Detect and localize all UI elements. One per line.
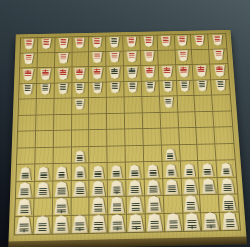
kanji-glyph — [58, 192, 66, 196]
kanji-glyph — [57, 227, 66, 232]
kanji-glyph — [25, 89, 31, 91]
piece-pawn[interactable] — [126, 162, 144, 178]
piece-free-king[interactable] — [107, 66, 124, 81]
piece-phoenix[interactable] — [127, 196, 145, 213]
board-square — [176, 65, 194, 81]
piece-vertical-mover[interactable] — [199, 178, 217, 195]
piece-king[interactable] — [127, 214, 145, 232]
piece-pawn[interactable] — [19, 83, 36, 98]
piece-ferocious-leopard[interactable] — [191, 34, 208, 48]
piece-go-between[interactable] — [71, 147, 88, 163]
board-square — [123, 36, 140, 51]
board-square — [53, 181, 72, 199]
kanji-glyph — [180, 55, 186, 57]
piece-dragon-horse[interactable] — [163, 178, 181, 195]
kanji-glyph — [94, 204, 102, 208]
piece-pawn[interactable] — [16, 164, 34, 180]
board-square — [72, 130, 90, 147]
board-square — [127, 214, 146, 232]
kanji-glyph — [58, 175, 65, 178]
kanji-glyph — [188, 225, 197, 230]
piece-vertical-mover[interactable] — [34, 181, 52, 198]
piece-lion[interactable] — [124, 66, 141, 81]
board-square — [108, 197, 127, 215]
piece-drunk-elephant[interactable] — [123, 36, 140, 50]
piece-ferocious-leopard[interactable] — [38, 38, 54, 52]
board-square — [107, 113, 125, 130]
kanji-glyph — [113, 226, 122, 231]
piece-pawn[interactable] — [144, 162, 162, 178]
board-square — [182, 195, 201, 213]
piece-pawn[interactable] — [194, 80, 211, 95]
kanji-glyph — [76, 222, 85, 226]
board-square — [36, 115, 54, 132]
kanji-glyph — [150, 203, 158, 207]
piece-dragon-king[interactable] — [90, 180, 108, 197]
board-square — [143, 112, 161, 129]
kanji-glyph — [42, 85, 48, 88]
board-square — [54, 98, 72, 114]
board-square — [37, 53, 55, 69]
kanji-glyph — [113, 191, 121, 195]
kanji-glyph — [113, 222, 122, 226]
kanji-glyph — [168, 156, 174, 159]
board-square — [37, 83, 55, 99]
piece-pawn[interactable] — [176, 80, 193, 95]
piece-pawn[interactable] — [53, 164, 70, 180]
piece-dragon-king[interactable] — [144, 179, 162, 196]
kanji-glyph — [188, 220, 197, 224]
kanji-glyph — [163, 37, 169, 40]
board-square — [89, 67, 106, 83]
board-square — [89, 114, 107, 131]
kanji-glyph — [200, 85, 206, 87]
piece-lance[interactable] — [15, 216, 33, 234]
board-square — [124, 66, 142, 82]
kanji-glyph — [94, 53, 100, 56]
kanji-glyph — [77, 84, 83, 87]
piece-blind-tiger[interactable] — [89, 51, 105, 66]
piece-vertical-mover[interactable] — [37, 68, 54, 83]
board-square — [161, 145, 180, 162]
board-square — [71, 147, 89, 164]
kanji-glyph — [147, 86, 153, 88]
kanji-glyph — [21, 189, 29, 192]
kanji-glyph — [187, 202, 195, 206]
board-square — [106, 36, 123, 51]
board-square — [160, 112, 178, 129]
kanji-glyph — [94, 38, 100, 41]
board-square — [142, 81, 160, 97]
kanji-glyph — [60, 57, 66, 59]
board-square — [72, 52, 89, 68]
piece-blind-tiger[interactable] — [141, 50, 158, 65]
kanji-glyph — [168, 186, 176, 189]
kanji-glyph — [43, 39, 49, 42]
board-square — [107, 66, 125, 82]
board-square — [35, 147, 53, 164]
kanji-glyph — [165, 101, 171, 103]
kanji-glyph — [112, 87, 118, 89]
board-square — [53, 130, 71, 147]
board-square — [18, 131, 36, 148]
piece-side-mover[interactable] — [16, 181, 34, 198]
piece-dragon-king[interactable] — [89, 67, 106, 82]
kanji-glyph — [129, 38, 135, 41]
piece-bishop[interactable] — [175, 50, 192, 65]
kanji-glyph — [77, 103, 82, 105]
kanji-glyph — [150, 190, 158, 194]
piece-gold[interactable] — [146, 214, 164, 232]
kanji-glyph — [217, 81, 223, 84]
board-square — [71, 180, 89, 198]
piece-lance[interactable] — [220, 212, 240, 230]
piece-pawn[interactable] — [211, 79, 230, 94]
kanji-glyph — [146, 52, 152, 55]
piece-lion[interactable] — [108, 179, 126, 196]
kanji-glyph — [180, 51, 186, 54]
board-square — [38, 38, 55, 53]
board-square — [89, 82, 107, 98]
kanji-glyph — [129, 56, 135, 58]
kanji-glyph — [181, 67, 187, 70]
board-square — [143, 145, 162, 162]
board-square — [35, 131, 53, 148]
board-square — [89, 130, 107, 147]
kanji-glyph — [112, 53, 118, 56]
kanji-glyph — [113, 187, 121, 190]
board-square — [142, 97, 160, 113]
kanji-glyph — [58, 188, 66, 191]
piece-dragon-horse[interactable] — [72, 67, 88, 82]
kanji-glyph — [131, 186, 139, 189]
kanji-glyph — [94, 72, 100, 74]
piece-free-king[interactable] — [126, 179, 144, 196]
kanji-glyph — [206, 220, 215, 224]
kanji-glyph — [132, 226, 141, 231]
board-square — [201, 212, 221, 230]
kanji-glyph — [42, 88, 48, 90]
piece-silver[interactable] — [157, 35, 174, 49]
piece-copper[interactable] — [55, 37, 71, 51]
kanji-glyph — [224, 201, 232, 205]
board-square — [125, 113, 143, 130]
piece-dragon-king[interactable] — [141, 66, 158, 81]
kanji-glyph — [150, 207, 158, 211]
kanji-glyph — [198, 70, 204, 72]
piece-pawn[interactable] — [124, 81, 141, 96]
piece-pawn[interactable] — [90, 163, 107, 179]
kanji-glyph — [60, 69, 66, 72]
board-square — [19, 83, 37, 99]
kanji-glyph — [207, 224, 216, 229]
piece-reverse-chariot[interactable] — [209, 49, 227, 64]
kanji-glyph — [77, 42, 82, 44]
piece-reverse-chariot[interactable] — [15, 199, 33, 216]
kanji-glyph — [169, 225, 178, 230]
piece-side-mover[interactable] — [218, 177, 238, 194]
kanji-glyph — [95, 191, 103, 195]
piece-blind-tiger[interactable] — [90, 197, 108, 214]
kanji-glyph — [39, 192, 47, 196]
board-tilt-wrapper — [4, 3, 247, 242]
board-square — [179, 144, 198, 161]
kanji-glyph — [112, 38, 118, 41]
piece-pawn[interactable] — [180, 161, 198, 177]
piece-pawn[interactable] — [159, 81, 176, 96]
piece-bishop[interactable] — [182, 195, 200, 212]
kanji-glyph — [147, 83, 153, 86]
board-square — [89, 146, 107, 163]
piece-king[interactable] — [106, 36, 122, 50]
piece-pawn[interactable] — [89, 82, 106, 97]
kanji-glyph — [77, 100, 82, 103]
kanji-glyph — [150, 225, 159, 230]
board-square — [18, 115, 36, 132]
kanji-glyph — [180, 37, 186, 40]
board-square — [90, 215, 109, 233]
board-square — [162, 161, 181, 178]
board-square — [176, 80, 194, 96]
piece-silver[interactable] — [72, 37, 88, 51]
kanji-glyph — [131, 190, 139, 194]
board-square — [89, 51, 106, 67]
kanji-glyph — [205, 185, 213, 188]
board-square — [208, 34, 226, 49]
board-square — [52, 215, 71, 233]
kanji-glyph — [165, 98, 171, 101]
piece-lance[interactable] — [208, 34, 226, 48]
kanji-glyph — [180, 40, 186, 42]
piece-kirin[interactable] — [124, 51, 141, 66]
piece-reverse-chariot[interactable] — [219, 194, 239, 211]
board-square — [164, 213, 183, 231]
piece-vertical-mover[interactable] — [193, 64, 210, 79]
piece-pawn[interactable] — [142, 81, 159, 96]
kanji-glyph — [129, 68, 135, 71]
kanji-glyph — [146, 55, 152, 57]
piece-go-between[interactable] — [160, 96, 177, 111]
board-square — [199, 178, 218, 196]
board-square — [183, 213, 203, 231]
piece-bishop[interactable] — [55, 52, 71, 67]
kanji-glyph — [42, 73, 48, 75]
board-square — [126, 179, 145, 197]
piece-side-mover[interactable] — [20, 68, 37, 83]
kanji-glyph — [224, 188, 232, 192]
piece-dragon-horse[interactable] — [158, 65, 175, 80]
kanji-glyph — [38, 223, 47, 227]
kanji-glyph — [132, 221, 141, 225]
kanji-glyph — [146, 37, 152, 40]
kanji-glyph — [39, 188, 47, 191]
kanji-glyph — [25, 70, 31, 73]
board-square — [213, 111, 232, 128]
kanji-glyph — [60, 42, 66, 44]
piece-pawn[interactable] — [217, 160, 236, 176]
board-square — [211, 79, 230, 95]
kanji-glyph — [76, 188, 84, 191]
board-square — [146, 214, 165, 232]
piece-blind-tiger[interactable] — [145, 196, 163, 213]
board-square — [191, 34, 209, 49]
board-square — [141, 66, 159, 82]
board-square — [124, 51, 142, 67]
kanji-glyph — [164, 70, 170, 72]
piece-pawn[interactable] — [37, 83, 54, 98]
piece-pawn[interactable] — [54, 83, 71, 98]
board-square — [90, 163, 108, 180]
board-square — [194, 80, 212, 96]
piece-copper[interactable] — [183, 213, 202, 231]
kanji-glyph — [131, 203, 139, 207]
board-square — [125, 145, 143, 162]
kanji-glyph — [60, 88, 66, 90]
piece-copper[interactable] — [52, 215, 70, 233]
kanji-glyph — [60, 39, 66, 42]
piece-silver[interactable] — [71, 215, 89, 233]
piece-gold[interactable] — [90, 215, 108, 233]
board-square — [108, 214, 127, 232]
kanji-glyph — [131, 174, 138, 177]
kanji-glyph — [225, 205, 233, 209]
kanji-glyph — [25, 73, 31, 75]
shogi-board — [8, 30, 246, 242]
kanji-glyph — [38, 228, 47, 233]
kanji-glyph — [26, 55, 32, 58]
board-square — [160, 96, 178, 112]
kanji-glyph — [26, 58, 32, 60]
piece-rook[interactable] — [54, 67, 71, 82]
photo-background — [0, 0, 250, 247]
kanji-glyph — [216, 66, 222, 69]
board-square — [17, 148, 36, 165]
piece-pawn[interactable] — [71, 163, 88, 179]
board-square — [72, 67, 89, 83]
board-square — [161, 128, 180, 145]
board-square — [217, 160, 236, 177]
piece-pawn[interactable] — [162, 161, 180, 177]
board-square — [197, 144, 216, 161]
piece-ferocious-leopard[interactable] — [33, 216, 51, 234]
board-square — [158, 50, 176, 66]
board-square — [145, 196, 164, 214]
piece-pawn[interactable] — [198, 161, 216, 177]
piece-bishop[interactable] — [53, 198, 71, 215]
piece-copper[interactable] — [174, 35, 191, 49]
piece-ferocious-leopard[interactable] — [201, 212, 220, 230]
kanji-glyph — [95, 87, 101, 89]
piece-silver[interactable] — [164, 213, 182, 231]
board-square — [55, 37, 72, 52]
kanji-glyph — [164, 67, 170, 70]
kanji-glyph — [168, 173, 175, 176]
piece-lance[interactable] — [21, 38, 38, 52]
board-square — [177, 96, 195, 112]
board-square — [72, 82, 90, 98]
kanji-glyph — [150, 221, 159, 225]
board-square — [158, 65, 176, 81]
kanji-glyph — [146, 71, 152, 73]
piece-go-between[interactable] — [72, 98, 89, 113]
piece-phoenix[interactable] — [106, 51, 123, 66]
board-square — [125, 129, 143, 146]
kanji-glyph — [224, 184, 232, 187]
kanji-glyph — [214, 39, 220, 41]
piece-pawn[interactable] — [72, 82, 89, 97]
kanji-glyph — [186, 185, 194, 188]
kanji-glyph — [163, 40, 169, 42]
kanji-glyph — [42, 70, 48, 73]
piece-rook[interactable] — [53, 181, 71, 198]
board-square — [53, 164, 71, 181]
kanji-glyph — [226, 224, 235, 229]
board-square — [54, 83, 72, 99]
kanji-glyph — [168, 189, 176, 193]
piece-gold[interactable] — [89, 37, 105, 51]
kanji-glyph — [130, 83, 136, 86]
piece-go-between[interactable] — [161, 145, 179, 161]
board-square — [108, 162, 127, 179]
kanji-glyph — [165, 86, 171, 88]
kanji-glyph — [197, 39, 203, 41]
piece-rook[interactable] — [176, 65, 193, 80]
piece-pawn[interactable] — [35, 164, 53, 180]
kanji-glyph — [198, 66, 204, 69]
kanji-glyph — [205, 189, 213, 193]
piece-drunk-elephant[interactable] — [108, 214, 126, 232]
kanji-glyph — [19, 228, 28, 233]
kanji-glyph — [130, 86, 136, 88]
board-square — [212, 95, 231, 111]
kanji-glyph — [77, 69, 83, 72]
kanji-glyph — [216, 69, 222, 71]
kanji-glyph — [60, 54, 66, 57]
piece-rook[interactable] — [181, 178, 199, 195]
board-square — [124, 97, 142, 113]
board-square — [192, 49, 210, 65]
board-square — [90, 197, 109, 215]
kanji-glyph — [95, 187, 103, 190]
piece-reverse-chariot[interactable] — [20, 53, 37, 68]
kanji-glyph — [146, 67, 152, 70]
piece-side-mover[interactable] — [210, 64, 228, 79]
piece-dragon-horse[interactable] — [71, 180, 88, 197]
kanji-glyph — [181, 70, 187, 72]
piece-pawn[interactable] — [107, 82, 124, 97]
kanji-glyph — [94, 222, 103, 226]
board-square — [193, 64, 211, 80]
piece-gold[interactable] — [140, 35, 157, 49]
piece-pawn[interactable] — [108, 163, 126, 179]
board-square — [72, 37, 89, 52]
kanji-glyph — [165, 82, 171, 85]
kanji-glyph — [150, 173, 157, 176]
board-square — [163, 178, 182, 196]
board-square — [107, 129, 125, 146]
kanji-glyph — [60, 85, 66, 88]
board-square — [214, 127, 233, 144]
piece-kirin[interactable] — [108, 197, 126, 214]
kanji-glyph — [22, 176, 29, 179]
board-square — [19, 99, 37, 115]
kanji-glyph — [112, 41, 118, 43]
kanji-glyph — [223, 172, 230, 175]
board-square — [196, 111, 215, 128]
kanji-glyph — [94, 208, 102, 212]
kanji-glyph — [77, 72, 83, 74]
board-square — [53, 147, 71, 164]
